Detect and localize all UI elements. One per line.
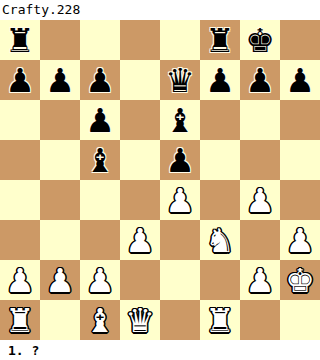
square-a3[interactable]: [0, 220, 40, 260]
square-c2[interactable]: ♟: [80, 260, 120, 300]
square-f8[interactable]: ♜: [200, 20, 240, 60]
piece-white-pawn[interactable]: ♟: [40, 260, 80, 300]
square-c4[interactable]: [80, 180, 120, 220]
square-c8[interactable]: [80, 20, 120, 60]
square-c5[interactable]: ♝: [80, 140, 120, 180]
piece-black-bishop[interactable]: ♝: [160, 100, 200, 140]
square-b6[interactable]: [40, 100, 80, 140]
square-d1[interactable]: ♛: [120, 300, 160, 340]
piece-black-pawn[interactable]: ♟: [160, 140, 200, 180]
square-g5[interactable]: [240, 140, 280, 180]
square-g3[interactable]: [240, 220, 280, 260]
piece-black-pawn[interactable]: ♟: [0, 60, 40, 100]
square-b3[interactable]: [40, 220, 80, 260]
square-f5[interactable]: [200, 140, 240, 180]
square-e3[interactable]: [160, 220, 200, 260]
square-a1[interactable]: ♜: [0, 300, 40, 340]
square-h6[interactable]: [280, 100, 320, 140]
piece-white-pawn[interactable]: ♟: [280, 220, 320, 260]
piece-black-pawn[interactable]: ♟: [80, 60, 120, 100]
square-d5[interactable]: [120, 140, 160, 180]
square-d4[interactable]: [120, 180, 160, 220]
square-a2[interactable]: ♟: [0, 260, 40, 300]
square-e8[interactable]: [160, 20, 200, 60]
square-d7[interactable]: [120, 60, 160, 100]
square-a7[interactable]: ♟: [0, 60, 40, 100]
square-a8[interactable]: ♜: [0, 20, 40, 60]
square-d8[interactable]: [120, 20, 160, 60]
piece-black-rook[interactable]: ♜: [0, 20, 40, 60]
square-g2[interactable]: ♟: [240, 260, 280, 300]
crafty-window: Crafty.228 ♜♜♚♟♟♟♛♟♟♟♟♝♝♟♟♟♟♞♟♟♟♟♟♚♜♝♛♜ …: [0, 0, 320, 360]
piece-black-king[interactable]: ♚: [240, 20, 280, 60]
square-f6[interactable]: [200, 100, 240, 140]
square-h1[interactable]: [280, 300, 320, 340]
piece-white-king[interactable]: ♚: [280, 260, 320, 300]
square-g4[interactable]: ♟: [240, 180, 280, 220]
square-b8[interactable]: [40, 20, 80, 60]
chess-board: ♜♜♚♟♟♟♛♟♟♟♟♝♝♟♟♟♟♞♟♟♟♟♟♚♜♝♛♜: [0, 20, 320, 340]
square-h8[interactable]: [280, 20, 320, 60]
square-f4[interactable]: [200, 180, 240, 220]
piece-black-rook[interactable]: ♜: [200, 20, 240, 60]
square-e5[interactable]: ♟: [160, 140, 200, 180]
piece-black-bishop[interactable]: ♝: [80, 140, 120, 180]
piece-white-pawn[interactable]: ♟: [240, 180, 280, 220]
square-b7[interactable]: ♟: [40, 60, 80, 100]
square-g7[interactable]: ♟: [240, 60, 280, 100]
square-e6[interactable]: ♝: [160, 100, 200, 140]
square-f2[interactable]: [200, 260, 240, 300]
square-b4[interactable]: [40, 180, 80, 220]
square-c6[interactable]: ♟: [80, 100, 120, 140]
piece-white-pawn[interactable]: ♟: [0, 260, 40, 300]
piece-black-queen[interactable]: ♛: [160, 60, 200, 100]
square-f7[interactable]: ♟: [200, 60, 240, 100]
piece-white-pawn[interactable]: ♟: [240, 260, 280, 300]
piece-white-rook[interactable]: ♜: [200, 300, 240, 340]
piece-white-pawn[interactable]: ♟: [160, 180, 200, 220]
square-b5[interactable]: [40, 140, 80, 180]
piece-white-pawn[interactable]: ♟: [80, 260, 120, 300]
piece-black-pawn[interactable]: ♟: [40, 60, 80, 100]
window-title: Crafty.228: [0, 0, 320, 20]
square-c7[interactable]: ♟: [80, 60, 120, 100]
square-a4[interactable]: [0, 180, 40, 220]
piece-white-pawn[interactable]: ♟: [120, 220, 160, 260]
piece-black-pawn[interactable]: ♟: [280, 60, 320, 100]
square-a5[interactable]: [0, 140, 40, 180]
square-e7[interactable]: ♛: [160, 60, 200, 100]
square-c1[interactable]: ♝: [80, 300, 120, 340]
square-h3[interactable]: ♟: [280, 220, 320, 260]
square-f1[interactable]: ♜: [200, 300, 240, 340]
square-g8[interactable]: ♚: [240, 20, 280, 60]
square-d6[interactable]: [120, 100, 160, 140]
square-e4[interactable]: ♟: [160, 180, 200, 220]
square-h2[interactable]: ♚: [280, 260, 320, 300]
square-d2[interactable]: [120, 260, 160, 300]
square-e2[interactable]: [160, 260, 200, 300]
square-f3[interactable]: ♞: [200, 220, 240, 260]
square-e1[interactable]: [160, 300, 200, 340]
square-b2[interactable]: ♟: [40, 260, 80, 300]
piece-white-rook[interactable]: ♜: [0, 300, 40, 340]
square-g6[interactable]: [240, 100, 280, 140]
square-g1[interactable]: [240, 300, 280, 340]
square-d3[interactable]: ♟: [120, 220, 160, 260]
piece-black-pawn[interactable]: ♟: [240, 60, 280, 100]
square-b1[interactable]: [40, 300, 80, 340]
piece-black-pawn[interactable]: ♟: [80, 100, 120, 140]
move-prompt: 1. ?: [0, 340, 320, 360]
square-h4[interactable]: [280, 180, 320, 220]
piece-white-bishop[interactable]: ♝: [80, 300, 120, 340]
square-c3[interactable]: [80, 220, 120, 260]
piece-white-queen[interactable]: ♛: [120, 300, 160, 340]
piece-white-knight[interactable]: ♞: [200, 220, 240, 260]
square-h7[interactable]: ♟: [280, 60, 320, 100]
piece-black-pawn[interactable]: ♟: [200, 60, 240, 100]
square-h5[interactable]: [280, 140, 320, 180]
square-a6[interactable]: [0, 100, 40, 140]
